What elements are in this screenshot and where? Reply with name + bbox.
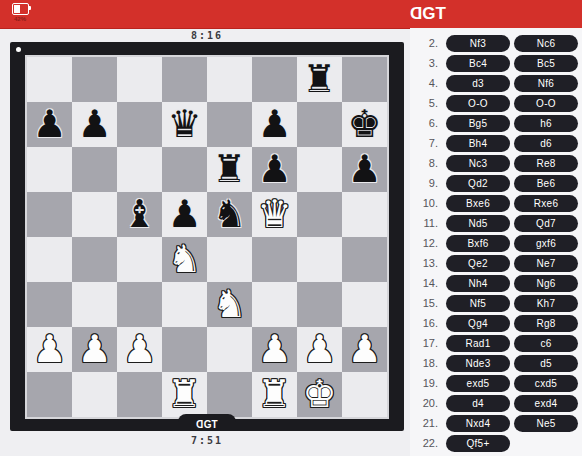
square-b2: ♟ bbox=[72, 327, 117, 372]
move-number: 16. bbox=[410, 317, 438, 329]
move-black-Ng6[interactable]: Ng6 bbox=[514, 275, 578, 292]
square-a5 bbox=[27, 192, 72, 237]
move-white-Nxd4[interactable]: Nxd4 bbox=[446, 415, 510, 432]
move-row-13: 13.Qe2Ne7 bbox=[410, 253, 582, 273]
move-black-Rxe6[interactable]: Rxe6 bbox=[514, 195, 578, 212]
piece-white-pawn-g2: ♟ bbox=[297, 327, 342, 372]
piece-black-bishop-c5: ♝ bbox=[117, 192, 162, 237]
move-number: 12. bbox=[410, 237, 438, 249]
move-number: 19. bbox=[410, 377, 438, 389]
move-white-Nd5[interactable]: Nd5 bbox=[446, 215, 510, 232]
piece-black-pawn-b7: ♟ bbox=[72, 102, 117, 147]
square-a4 bbox=[27, 237, 72, 282]
square-e5: ♞ bbox=[207, 192, 252, 237]
piece-black-pawn-a7: ♟ bbox=[27, 102, 72, 147]
move-number: 7. bbox=[410, 137, 438, 149]
square-a6 bbox=[27, 147, 72, 192]
app-window: 42% DGT 8:16 ♜♟♟♛♟♚♜♟♟♝♟♞♛♞♞♟♟♟♟♟♟♜♜♚ DG… bbox=[0, 0, 582, 456]
clock-black: 8:16 bbox=[10, 30, 404, 41]
move-row-14: 14.Nh4Ng6 bbox=[410, 273, 582, 293]
move-row-10: 10.Bxe6Rxe6 bbox=[410, 193, 582, 213]
square-e2 bbox=[207, 327, 252, 372]
dgt-logo: DGT bbox=[410, 4, 446, 24]
square-f5: ♛ bbox=[252, 192, 297, 237]
move-white-Nf5[interactable]: Nf5 bbox=[446, 295, 510, 312]
move-number: 8. bbox=[410, 157, 438, 169]
move-number: 10. bbox=[410, 197, 438, 209]
square-h7: ♚ bbox=[342, 102, 387, 147]
move-white-Bg5[interactable]: Bg5 bbox=[446, 115, 510, 132]
move-black-Bc5[interactable]: Bc5 bbox=[514, 55, 578, 72]
move-row-7: 7.Bh4d6 bbox=[410, 133, 582, 153]
move-row-22: 22.Qf5+ bbox=[410, 433, 582, 453]
move-white-Bxe6[interactable]: Bxe6 bbox=[446, 195, 510, 212]
move-row-16: 16.Qg4Rg8 bbox=[410, 313, 582, 333]
move-row-19: 19.exd5cxd5 bbox=[410, 373, 582, 393]
square-c7 bbox=[117, 102, 162, 147]
piece-white-rook-d1: ♜ bbox=[162, 372, 207, 417]
square-d2 bbox=[162, 327, 207, 372]
square-a8 bbox=[27, 57, 72, 102]
square-e3: ♞ bbox=[207, 282, 252, 327]
move-black-exd4[interactable]: exd4 bbox=[514, 395, 578, 412]
move-number: 2. bbox=[410, 37, 438, 49]
move-row-3: 3.Bc4Bc5 bbox=[410, 53, 582, 73]
square-b8 bbox=[72, 57, 117, 102]
square-f2: ♟ bbox=[252, 327, 297, 372]
piece-white-queen-f5: ♛ bbox=[252, 192, 297, 237]
square-c8 bbox=[117, 57, 162, 102]
move-white-Bxf6[interactable]: Bxf6 bbox=[446, 235, 510, 252]
square-g7 bbox=[297, 102, 342, 147]
move-white-exd5[interactable]: exd5 bbox=[446, 375, 510, 392]
move-row-4: 4.d3Nf6 bbox=[410, 73, 582, 93]
square-g6 bbox=[297, 147, 342, 192]
move-number: 15. bbox=[410, 297, 438, 309]
square-d3 bbox=[162, 282, 207, 327]
move-number: 21. bbox=[410, 417, 438, 429]
battery-percent-label: 42% bbox=[7, 16, 33, 23]
move-white-Nc3[interactable]: Nc3 bbox=[446, 155, 510, 172]
clock-white: 7:51 bbox=[10, 435, 404, 446]
square-a3 bbox=[27, 282, 72, 327]
move-black-gxf6[interactable]: gxf6 bbox=[514, 235, 578, 252]
square-e4 bbox=[207, 237, 252, 282]
move-black-d5[interactable]: d5 bbox=[514, 355, 578, 372]
piece-white-knight-e3: ♞ bbox=[207, 282, 252, 327]
square-g3 bbox=[297, 282, 342, 327]
square-d4: ♞ bbox=[162, 237, 207, 282]
square-c5: ♝ bbox=[117, 192, 162, 237]
move-number: 3. bbox=[410, 57, 438, 69]
board-dgt-logo: DGT bbox=[178, 414, 236, 429]
square-d8 bbox=[162, 57, 207, 102]
move-number: 4. bbox=[410, 77, 438, 89]
square-b1 bbox=[72, 372, 117, 417]
piece-black-queen-d7: ♛ bbox=[162, 102, 207, 147]
piece-white-rook-f1: ♜ bbox=[252, 372, 297, 417]
piece-black-king-h7: ♚ bbox=[342, 102, 387, 147]
piece-black-knight-e5: ♞ bbox=[207, 192, 252, 237]
square-c6 bbox=[117, 147, 162, 192]
piece-white-pawn-h2: ♟ bbox=[342, 327, 387, 372]
piece-black-pawn-f7: ♟ bbox=[252, 102, 297, 147]
move-number: 11. bbox=[410, 217, 438, 229]
move-white-Qe2[interactable]: Qe2 bbox=[446, 255, 510, 272]
square-b3 bbox=[72, 282, 117, 327]
move-row-12: 12.Bxf6gxf6 bbox=[410, 233, 582, 253]
move-black-h6[interactable]: h6 bbox=[514, 115, 578, 132]
piece-white-king-g1: ♚ bbox=[297, 372, 342, 417]
move-row-17: 17.Rad1c6 bbox=[410, 333, 582, 353]
piece-white-pawn-b2: ♟ bbox=[72, 327, 117, 372]
move-number: 18. bbox=[410, 357, 438, 369]
square-a1 bbox=[27, 372, 72, 417]
square-b6 bbox=[72, 147, 117, 192]
square-e1 bbox=[207, 372, 252, 417]
move-number: 13. bbox=[410, 257, 438, 269]
piece-black-pawn-f6: ♟ bbox=[252, 147, 297, 192]
battery-icon bbox=[12, 3, 29, 15]
move-white-Bh4[interactable]: Bh4 bbox=[446, 135, 510, 152]
move-row-9: 9.Qd2Be6 bbox=[410, 173, 582, 193]
square-e7 bbox=[207, 102, 252, 147]
square-g8: ♜ bbox=[297, 57, 342, 102]
piece-white-pawn-c2: ♟ bbox=[117, 327, 162, 372]
battery-indicator: 42% bbox=[7, 3, 33, 23]
board-frame: ♜♟♟♛♟♚♜♟♟♝♟♞♛♞♞♟♟♟♟♟♟♜♜♚ DGT bbox=[10, 42, 404, 431]
square-g5 bbox=[297, 192, 342, 237]
square-b4 bbox=[72, 237, 117, 282]
square-h3 bbox=[342, 282, 387, 327]
piece-black-rook-e6: ♜ bbox=[207, 147, 252, 192]
square-f4 bbox=[252, 237, 297, 282]
move-number: 17. bbox=[410, 337, 438, 349]
square-c3 bbox=[117, 282, 162, 327]
move-white-O-O[interactable]: O-O bbox=[446, 95, 510, 112]
move-row-15: 15.Nf5Kh7 bbox=[410, 293, 582, 313]
move-row-11: 11.Nd5Qd7 bbox=[410, 213, 582, 233]
move-white-Nf3[interactable]: Nf3 bbox=[446, 35, 510, 52]
square-c4 bbox=[117, 237, 162, 282]
square-g1: ♚ bbox=[297, 372, 342, 417]
move-number: 6. bbox=[410, 117, 438, 129]
square-g2: ♟ bbox=[297, 327, 342, 372]
move-black-Be6[interactable]: Be6 bbox=[514, 175, 578, 192]
square-d5: ♟ bbox=[162, 192, 207, 237]
move-white-Nde3[interactable]: Nde3 bbox=[446, 355, 510, 372]
square-b7: ♟ bbox=[72, 102, 117, 147]
piece-black-pawn-h6: ♟ bbox=[342, 147, 387, 192]
move-number: 22. bbox=[410, 437, 438, 449]
move-black-Re8[interactable]: Re8 bbox=[514, 155, 578, 172]
move-black-Ne5[interactable]: Ne5 bbox=[514, 415, 578, 432]
square-h5 bbox=[342, 192, 387, 237]
square-e6: ♜ bbox=[207, 147, 252, 192]
move-row-2: 2.Nf3Nc6 bbox=[410, 33, 582, 53]
square-c1 bbox=[117, 372, 162, 417]
piece-white-knight-d4: ♞ bbox=[162, 237, 207, 282]
move-white-Qd2[interactable]: Qd2 bbox=[446, 175, 510, 192]
move-black-cxd5[interactable]: cxd5 bbox=[514, 375, 578, 392]
square-d7: ♛ bbox=[162, 102, 207, 147]
square-f6: ♟ bbox=[252, 147, 297, 192]
square-h1 bbox=[342, 372, 387, 417]
move-white-d3[interactable]: d3 bbox=[446, 75, 510, 92]
move-black-Qd7[interactable]: Qd7 bbox=[514, 215, 578, 232]
square-d6 bbox=[162, 147, 207, 192]
square-h4 bbox=[342, 237, 387, 282]
move-row-8: 8.Nc3Re8 bbox=[410, 153, 582, 173]
move-row-18: 18.Nde3d5 bbox=[410, 353, 582, 373]
chess-board: ♜♟♟♛♟♚♜♟♟♝♟♞♛♞♞♟♟♟♟♟♟♜♜♚ bbox=[25, 55, 389, 419]
move-white-Rad1[interactable]: Rad1 bbox=[446, 335, 510, 352]
move-white-d4[interactable]: d4 bbox=[446, 395, 510, 412]
move-white-Nh4[interactable]: Nh4 bbox=[446, 275, 510, 292]
move-black-O-O[interactable]: O-O bbox=[514, 95, 578, 112]
move-black-Kh7[interactable]: Kh7 bbox=[514, 295, 578, 312]
move-white-Bc4[interactable]: Bc4 bbox=[446, 55, 510, 72]
square-f3 bbox=[252, 282, 297, 327]
square-b5 bbox=[72, 192, 117, 237]
square-g4 bbox=[297, 237, 342, 282]
piece-black-rook-g8: ♜ bbox=[297, 57, 342, 102]
move-black-Rg8[interactable]: Rg8 bbox=[514, 315, 578, 332]
move-number: 5. bbox=[410, 97, 438, 109]
board-dgt-logo-text: DGT bbox=[196, 419, 217, 430]
turn-indicator-dot bbox=[16, 47, 21, 52]
move-row-21: 21.Nxd4Ne5 bbox=[410, 413, 582, 433]
move-black-Nf6[interactable]: Nf6 bbox=[514, 75, 578, 92]
square-f8 bbox=[252, 57, 297, 102]
square-a2: ♟ bbox=[27, 327, 72, 372]
square-f7: ♟ bbox=[252, 102, 297, 147]
move-number: 9. bbox=[410, 177, 438, 189]
square-h8 bbox=[342, 57, 387, 102]
move-white-Qf5+[interactable]: Qf5+ bbox=[446, 435, 510, 452]
move-black-d6[interactable]: d6 bbox=[514, 135, 578, 152]
move-black-c6[interactable]: c6 bbox=[514, 335, 578, 352]
move-white-Qg4[interactable]: Qg4 bbox=[446, 315, 510, 332]
piece-white-pawn-f2: ♟ bbox=[252, 327, 297, 372]
move-row-5: 5.O-OO-O bbox=[410, 93, 582, 113]
move-black-Ne7[interactable]: Ne7 bbox=[514, 255, 578, 272]
square-a7: ♟ bbox=[27, 102, 72, 147]
square-f1: ♜ bbox=[252, 372, 297, 417]
piece-white-pawn-a2: ♟ bbox=[27, 327, 72, 372]
square-e8 bbox=[207, 57, 252, 102]
top-bar: 42% DGT bbox=[0, 0, 582, 29]
move-number: 14. bbox=[410, 277, 438, 289]
move-black-Nc6[interactable]: Nc6 bbox=[514, 35, 578, 52]
move-row-20: 20.d4exd4 bbox=[410, 393, 582, 413]
square-h6: ♟ bbox=[342, 147, 387, 192]
square-c2: ♟ bbox=[117, 327, 162, 372]
square-h2: ♟ bbox=[342, 327, 387, 372]
move-list: 2.Nf3Nc63.Bc4Bc54.d3Nf65.O-OO-O6.Bg5h67.… bbox=[410, 28, 582, 456]
move-row-6: 6.Bg5h6 bbox=[410, 113, 582, 133]
piece-black-pawn-d5: ♟ bbox=[162, 192, 207, 237]
move-number: 20. bbox=[410, 397, 438, 409]
square-d1: ♜ bbox=[162, 372, 207, 417]
